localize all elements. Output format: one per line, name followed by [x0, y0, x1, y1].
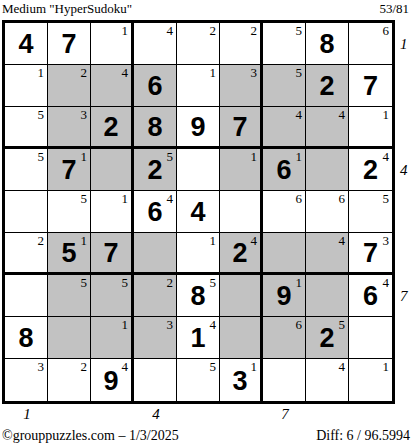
cell-r2c9[interactable]: 7 — [349, 65, 392, 107]
difficulty-rating: Diff: 6 / 96.5994 — [316, 428, 410, 444]
cell-r3c9[interactable]: 1 — [349, 107, 392, 149]
pencil-mark: 5 — [38, 150, 45, 164]
cell-r9c6[interactable]: 31 — [220, 359, 263, 401]
col-label-1: 1 — [17, 406, 37, 423]
cell-r6c6[interactable]: 24 — [220, 233, 263, 275]
cell-r4c2[interactable]: 71 — [48, 149, 91, 191]
cell-r6c4[interactable] — [134, 233, 177, 275]
pencil-mark: 1 — [296, 276, 303, 290]
cell-r2c4[interactable]: 6 — [134, 65, 177, 107]
cell-r7c3[interactable]: 5 — [91, 275, 134, 317]
cell-r9c5[interactable]: 5 — [177, 359, 220, 401]
cell-r3c5[interactable]: 9 — [177, 107, 220, 149]
pencil-mark: 4 — [167, 24, 174, 38]
cell-r2c2[interactable]: 2 — [48, 65, 91, 107]
cell-r8c4[interactable]: 3 — [134, 317, 177, 359]
sudoku-board: 4714225861246135275328974415712516124516… — [2, 20, 395, 404]
given-digit: 8 — [306, 23, 348, 64]
pencil-mark: 5 — [383, 192, 390, 206]
pencil-mark: 4 — [339, 234, 346, 248]
pencil-mark: 4 — [122, 66, 129, 80]
cell-r5c5[interactable]: 4 — [177, 191, 220, 233]
cell-r4c6[interactable]: 1 — [220, 149, 263, 191]
cell-r7c9[interactable]: 64 — [349, 275, 392, 317]
pencil-mark: 3 — [38, 360, 45, 374]
given-digit: 6 — [134, 65, 176, 106]
cell-r4c8[interactable] — [306, 149, 349, 191]
puzzle-page: Medium "HyperSudoku" 53/81 4714225861246… — [0, 0, 412, 445]
cell-r3c2[interactable]: 3 — [48, 107, 91, 149]
cell-r1c9[interactable]: 6 — [349, 23, 392, 65]
cell-r7c4[interactable]: 2 — [134, 275, 177, 317]
cell-r6c3[interactable]: 7 — [91, 233, 134, 275]
pencil-mark: 1 — [81, 234, 88, 248]
given-digit: 7 — [349, 65, 392, 106]
pencil-mark: 5 — [81, 192, 88, 206]
pencil-mark: 4 — [210, 318, 217, 332]
pencil-mark: 3 — [167, 318, 174, 332]
cell-r2c6[interactable]: 3 — [220, 65, 263, 107]
cell-r1c7[interactable]: 5 — [263, 23, 306, 65]
pencil-mark: 2 — [210, 24, 217, 38]
cell-r4c3[interactable] — [91, 149, 134, 191]
cell-r9c7[interactable] — [263, 359, 306, 401]
cell-r9c8[interactable]: 4 — [306, 359, 349, 401]
pencil-mark: 2 — [167, 276, 174, 290]
pencil-mark: 5 — [122, 276, 129, 290]
given-digit: 4 — [177, 191, 219, 232]
pencil-mark: 6 — [383, 24, 390, 38]
cell-r5c3[interactable]: 1 — [91, 191, 134, 233]
pencil-mark: 5 — [38, 108, 45, 122]
cell-r5c1[interactable] — [5, 191, 48, 233]
pencil-mark: 3 — [81, 108, 88, 122]
cell-r7c5[interactable]: 85 — [177, 275, 220, 317]
cell-r7c8[interactable] — [306, 275, 349, 317]
cell-r8c9[interactable] — [349, 317, 392, 359]
pencil-mark: 1 — [122, 192, 129, 206]
pencil-mark: 4 — [122, 360, 129, 374]
cell-r5c4[interactable]: 64 — [134, 191, 177, 233]
cell-r4c7[interactable]: 61 — [263, 149, 306, 191]
cell-counter: 53/81 — [379, 1, 409, 17]
cell-r8c7[interactable]: 6 — [263, 317, 306, 359]
pencil-mark: 1 — [296, 150, 303, 164]
cell-r2c3[interactable]: 4 — [91, 65, 134, 107]
row-label-1: 1 — [400, 36, 412, 53]
cell-r3c1[interactable]: 5 — [5, 107, 48, 149]
pencil-mark: 1 — [210, 234, 217, 248]
cell-r7c1[interactable] — [5, 275, 48, 317]
pencil-mark: 4 — [296, 108, 303, 122]
given-digit: 4 — [5, 23, 47, 64]
given-digit: 2 — [306, 65, 348, 106]
cell-r2c7[interactable]: 5 — [263, 65, 306, 107]
cell-r6c2[interactable]: 51 — [48, 233, 91, 275]
given-digit: 8 — [134, 107, 176, 146]
cell-r9c9[interactable]: 1 — [349, 359, 392, 401]
cell-r8c1[interactable]: 8 — [5, 317, 48, 359]
pencil-mark: 1 — [383, 360, 390, 374]
pencil-mark: 1 — [122, 24, 129, 38]
given-digit: 2 — [91, 107, 131, 146]
pencil-mark: 4 — [167, 192, 174, 206]
given-digit: 7 — [91, 233, 131, 272]
cell-r8c5[interactable]: 14 — [177, 317, 220, 359]
cell-r5c8[interactable]: 6 — [306, 191, 349, 233]
pencil-mark: 4 — [251, 234, 258, 248]
pencil-mark: 2 — [38, 234, 45, 248]
cell-r4c9[interactable]: 24 — [349, 149, 392, 191]
pencil-mark: 2 — [251, 24, 258, 38]
cell-r9c2[interactable]: 2 — [48, 359, 91, 401]
pencil-mark: 5 — [210, 276, 217, 290]
cell-r1c4[interactable]: 4 — [134, 23, 177, 65]
cell-r1c1[interactable]: 4 — [5, 23, 48, 65]
cell-r3c6[interactable]: 7 — [220, 107, 263, 149]
pencil-mark: 6 — [296, 192, 303, 206]
cell-r6c8[interactable]: 4 — [306, 233, 349, 275]
pencil-mark: 3 — [251, 66, 258, 80]
pencil-mark: 1 — [81, 150, 88, 164]
cell-r8c6[interactable] — [220, 317, 263, 359]
copyright-date: ©grouppuzzles.com – 1/3/2025 — [2, 428, 179, 444]
pencil-mark: 1 — [383, 108, 390, 122]
cell-r5c6[interactable] — [220, 191, 263, 233]
cell-r6c5[interactable]: 1 — [177, 233, 220, 275]
pencil-mark: 1 — [210, 66, 217, 80]
given-digit: 7 — [48, 23, 90, 64]
row-label-4: 4 — [400, 162, 412, 179]
pencil-mark: 5 — [296, 66, 303, 80]
cell-r8c2[interactable] — [48, 317, 91, 359]
cell-r3c3[interactable]: 2 — [91, 107, 134, 149]
row-label-7: 7 — [400, 288, 412, 305]
given-digit: 7 — [220, 107, 260, 146]
cell-r3c8[interactable]: 4 — [306, 107, 349, 149]
cell-r4c1[interactable]: 5 — [5, 149, 48, 191]
pencil-mark: 4 — [339, 360, 346, 374]
cell-r6c1[interactable]: 2 — [5, 233, 48, 275]
cell-r8c3[interactable]: 1 — [91, 317, 134, 359]
cell-r5c7[interactable]: 6 — [263, 191, 306, 233]
pencil-mark: 5 — [296, 24, 303, 38]
given-digit: 9 — [177, 107, 219, 146]
pencil-mark: 5 — [210, 360, 217, 374]
pencil-mark: 3 — [383, 234, 390, 248]
pencil-mark: 1 — [122, 318, 129, 332]
pencil-mark: 4 — [339, 108, 346, 122]
cell-r4c4[interactable]: 25 — [134, 149, 177, 191]
cell-r6c7[interactable] — [263, 233, 306, 275]
given-digit: 8 — [5, 317, 47, 358]
cell-r6c9[interactable]: 73 — [349, 233, 392, 275]
cell-r3c4[interactable]: 8 — [134, 107, 177, 149]
cell-r7c2[interactable]: 5 — [48, 275, 91, 317]
page-title: Medium "HyperSudoku" — [2, 1, 132, 17]
pencil-mark: 1 — [251, 360, 258, 374]
pencil-mark: 6 — [339, 192, 346, 206]
cell-r3c7[interactable]: 4 — [263, 107, 306, 149]
cell-r9c4[interactable] — [134, 359, 177, 401]
cell-r1c6[interactable]: 2 — [220, 23, 263, 65]
pencil-mark: 4 — [383, 276, 390, 290]
col-label-7: 7 — [275, 406, 295, 423]
pencil-mark: 5 — [167, 150, 174, 164]
cell-r4c5[interactable] — [177, 149, 220, 191]
cell-r8c8[interactable]: 25 — [306, 317, 349, 359]
pencil-mark: 1 — [38, 66, 45, 80]
pencil-mark: 1 — [251, 150, 258, 164]
cell-r2c5[interactable]: 1 — [177, 65, 220, 107]
cell-r1c5[interactable]: 2 — [177, 23, 220, 65]
cell-r2c1[interactable]: 1 — [5, 65, 48, 107]
cell-r7c6[interactable] — [220, 275, 263, 317]
cell-r1c2[interactable]: 7 — [48, 23, 91, 65]
pencil-mark: 6 — [296, 318, 303, 332]
pencil-mark: 5 — [81, 276, 88, 290]
cell-r5c2[interactable]: 5 — [48, 191, 91, 233]
col-label-4: 4 — [146, 406, 166, 423]
cell-r1c8[interactable]: 8 — [306, 23, 349, 65]
cell-r2c8[interactable]: 2 — [306, 65, 349, 107]
cell-r7c7[interactable]: 91 — [263, 275, 306, 317]
pencil-mark: 4 — [383, 150, 390, 164]
pencil-mark: 5 — [339, 318, 346, 332]
pencil-mark: 2 — [81, 66, 88, 80]
pencil-mark: 2 — [81, 360, 88, 374]
cell-r5c9[interactable]: 5 — [349, 191, 392, 233]
cell-r9c1[interactable]: 3 — [5, 359, 48, 401]
cell-r1c3[interactable]: 1 — [91, 23, 134, 65]
cell-r9c3[interactable]: 94 — [91, 359, 134, 401]
